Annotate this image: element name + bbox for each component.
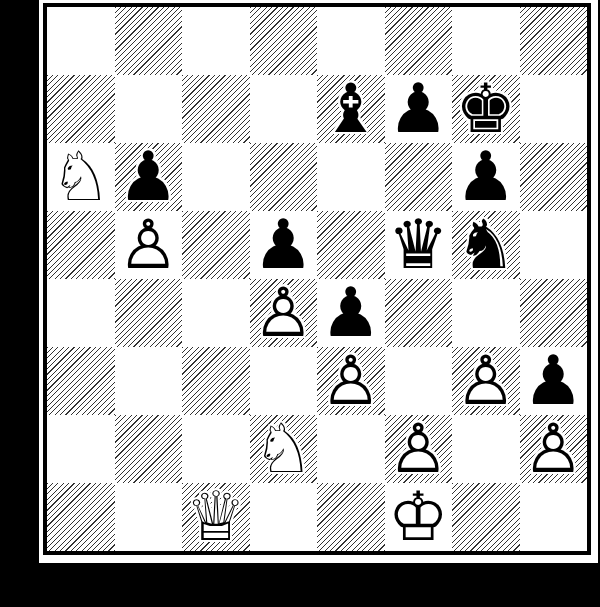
pawn-fill-glyph: ♟ — [385, 415, 453, 483]
pawn-glyph: ♟ — [250, 211, 318, 279]
square-d4[interactable]: ♟♙ — [250, 279, 318, 347]
square-f1[interactable]: ♚♔ — [385, 483, 453, 551]
square-a1[interactable] — [47, 483, 115, 551]
king-fill-glyph: ♚ — [385, 483, 453, 551]
knight-fill-glyph: ♞ — [250, 415, 318, 483]
square-f6[interactable] — [385, 143, 453, 211]
black-pawn-piece: ♟ — [452, 143, 520, 211]
square-e5[interactable] — [317, 211, 385, 279]
square-c8[interactable] — [182, 7, 250, 75]
square-a2[interactable] — [47, 415, 115, 483]
white-pawn-piece: ♟♙ — [452, 347, 520, 415]
white-pawn-piece: ♟♙ — [385, 415, 453, 483]
diagram-background: ♝♟♚♞♘♟♟♟♙♟♛♞♟♙♟♟♙♟♙♟♞♘♟♙♟♙♛♕♚♔ — [0, 0, 600, 607]
chess-board: ♝♟♚♞♘♟♟♟♙♟♛♞♟♙♟♟♙♟♙♟♞♘♟♙♟♙♛♕♚♔ — [43, 3, 591, 555]
knight-outline-glyph: ♘ — [47, 143, 115, 211]
white-queen-piece: ♛♕ — [182, 483, 250, 551]
black-pawn-piece: ♟ — [115, 143, 183, 211]
square-h6[interactable] — [520, 143, 588, 211]
bishop-glyph: ♝ — [317, 75, 385, 143]
pawn-glyph: ♟ — [520, 347, 588, 415]
knight-outline-glyph: ♘ — [250, 415, 318, 483]
square-h4[interactable] — [520, 279, 588, 347]
queen-glyph: ♛ — [385, 211, 453, 279]
king-outline-glyph: ♔ — [385, 483, 453, 551]
square-d2[interactable]: ♞♘ — [250, 415, 318, 483]
square-d6[interactable] — [250, 143, 318, 211]
square-b8[interactable] — [115, 7, 183, 75]
square-f2[interactable]: ♟♙ — [385, 415, 453, 483]
black-knight-piece: ♞ — [452, 211, 520, 279]
white-pawn-piece: ♟♙ — [250, 279, 318, 347]
square-e6[interactable] — [317, 143, 385, 211]
white-pawn-piece: ♟♙ — [317, 347, 385, 415]
square-c2[interactable] — [182, 415, 250, 483]
square-b4[interactable] — [115, 279, 183, 347]
white-pawn-piece: ♟♙ — [520, 415, 588, 483]
square-g5[interactable]: ♞ — [452, 211, 520, 279]
square-g4[interactable] — [452, 279, 520, 347]
black-queen-piece: ♛ — [385, 211, 453, 279]
black-pawn-piece: ♟ — [317, 279, 385, 347]
square-b1[interactable] — [115, 483, 183, 551]
black-pawn-piece: ♟ — [385, 75, 453, 143]
square-b5[interactable]: ♟♙ — [115, 211, 183, 279]
square-b2[interactable] — [115, 415, 183, 483]
square-h8[interactable] — [520, 7, 588, 75]
square-h1[interactable] — [520, 483, 588, 551]
knight-fill-glyph: ♞ — [47, 143, 115, 211]
square-f7[interactable]: ♟ — [385, 75, 453, 143]
square-e7[interactable]: ♝ — [317, 75, 385, 143]
square-h5[interactable] — [520, 211, 588, 279]
square-e2[interactable] — [317, 415, 385, 483]
square-d3[interactable] — [250, 347, 318, 415]
square-g3[interactable]: ♟♙ — [452, 347, 520, 415]
pawn-outline-glyph: ♙ — [115, 211, 183, 279]
square-e4[interactable]: ♟ — [317, 279, 385, 347]
square-c1[interactable]: ♛♕ — [182, 483, 250, 551]
queen-fill-glyph: ♛ — [182, 483, 250, 551]
pawn-glyph: ♟ — [452, 143, 520, 211]
pawn-outline-glyph: ♙ — [520, 415, 588, 483]
white-king-piece: ♚♔ — [385, 483, 453, 551]
pawn-fill-glyph: ♟ — [250, 279, 318, 347]
square-f3[interactable] — [385, 347, 453, 415]
pawn-outline-glyph: ♙ — [317, 347, 385, 415]
pawn-glyph: ♟ — [385, 75, 453, 143]
square-h3[interactable]: ♟ — [520, 347, 588, 415]
black-pawn-piece: ♟ — [520, 347, 588, 415]
square-g2[interactable] — [452, 415, 520, 483]
pawn-outline-glyph: ♙ — [452, 347, 520, 415]
pawn-fill-glyph: ♟ — [452, 347, 520, 415]
square-c7[interactable] — [182, 75, 250, 143]
knight-glyph: ♞ — [452, 211, 520, 279]
square-a5[interactable] — [47, 211, 115, 279]
pawn-fill-glyph: ♟ — [317, 347, 385, 415]
square-g6[interactable]: ♟ — [452, 143, 520, 211]
black-pawn-piece: ♟ — [250, 211, 318, 279]
square-h2[interactable]: ♟♙ — [520, 415, 588, 483]
square-c4[interactable] — [182, 279, 250, 347]
square-a3[interactable] — [47, 347, 115, 415]
square-h7[interactable] — [520, 75, 588, 143]
black-king-piece: ♚ — [452, 75, 520, 143]
square-a7[interactable] — [47, 75, 115, 143]
square-f8[interactable] — [385, 7, 453, 75]
square-e1[interactable] — [317, 483, 385, 551]
square-d1[interactable] — [250, 483, 318, 551]
queen-outline-glyph: ♕ — [182, 483, 250, 551]
square-b3[interactable] — [115, 347, 183, 415]
square-a4[interactable] — [47, 279, 115, 347]
white-knight-piece: ♞♘ — [250, 415, 318, 483]
square-d8[interactable] — [250, 7, 318, 75]
square-e8[interactable] — [317, 7, 385, 75]
square-a8[interactable] — [47, 7, 115, 75]
square-b6[interactable]: ♟ — [115, 143, 183, 211]
white-knight-piece: ♞♘ — [47, 143, 115, 211]
square-c3[interactable] — [182, 347, 250, 415]
square-g7[interactable]: ♚ — [452, 75, 520, 143]
square-b7[interactable] — [115, 75, 183, 143]
square-d5[interactable]: ♟ — [250, 211, 318, 279]
square-d7[interactable] — [250, 75, 318, 143]
pawn-fill-glyph: ♟ — [520, 415, 588, 483]
white-pawn-piece: ♟♙ — [115, 211, 183, 279]
square-f5[interactable]: ♛ — [385, 211, 453, 279]
square-a6[interactable]: ♞♘ — [47, 143, 115, 211]
square-f4[interactable] — [385, 279, 453, 347]
square-e3[interactable]: ♟♙ — [317, 347, 385, 415]
black-bishop-piece: ♝ — [317, 75, 385, 143]
king-glyph: ♚ — [452, 75, 520, 143]
pawn-outline-glyph: ♙ — [250, 279, 318, 347]
diagram-paper: ♝♟♚♞♘♟♟♟♙♟♛♞♟♙♟♟♙♟♙♟♞♘♟♙♟♙♛♕♚♔ — [39, 0, 598, 563]
square-c5[interactable] — [182, 211, 250, 279]
pawn-glyph: ♟ — [115, 143, 183, 211]
pawn-fill-glyph: ♟ — [115, 211, 183, 279]
square-g1[interactable] — [452, 483, 520, 551]
pawn-outline-glyph: ♙ — [385, 415, 453, 483]
square-g8[interactable] — [452, 7, 520, 75]
pawn-glyph: ♟ — [317, 279, 385, 347]
square-c6[interactable] — [182, 143, 250, 211]
